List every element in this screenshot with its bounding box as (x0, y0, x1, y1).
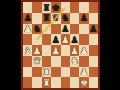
square-c5[interactable] (42, 34, 51, 45)
square-h1[interactable] (89, 77, 98, 88)
square-b8[interactable] (32, 2, 41, 13)
piece-black-pawn-f5[interactable]: ♟ (70, 35, 79, 45)
square-d7[interactable]: ♛ (51, 13, 60, 24)
piece-white-rook-c2[interactable]: ♜ (42, 67, 51, 77)
piece-black-king-d8[interactable]: ♚ (52, 3, 61, 13)
piece-white-queen-b3[interactable]: ♛ (33, 56, 42, 66)
square-b7[interactable] (32, 13, 41, 24)
square-d1[interactable] (51, 77, 60, 88)
square-g5[interactable] (79, 34, 88, 45)
page-background: ♜♚♟♜♛♞♟♟♞♟♟♟♟♟♝♟♟♟♟♛♞♜♟♜♚ (0, 0, 120, 90)
square-f5[interactable]: ♟ (70, 34, 79, 45)
square-c6[interactable] (42, 24, 51, 35)
square-c4[interactable] (42, 45, 51, 56)
square-a6[interactable]: ♟ (23, 24, 32, 35)
square-a5[interactable] (23, 34, 32, 45)
square-d4[interactable]: ♟ (51, 45, 60, 56)
piece-white-knight-f3[interactable]: ♞ (70, 56, 79, 66)
square-h4[interactable] (89, 45, 98, 56)
square-h5[interactable] (89, 34, 98, 45)
board-grid: ♜♚♟♜♛♞♟♟♞♟♟♟♟♟♝♟♟♟♟♛♞♜♟♜♚ (23, 2, 98, 88)
square-g2[interactable]: ♟ (79, 67, 88, 78)
square-a2[interactable] (23, 67, 32, 78)
square-h7[interactable] (89, 13, 98, 24)
piece-black-pawn-a7[interactable]: ♟ (23, 13, 32, 23)
square-f8[interactable] (70, 2, 79, 13)
piece-white-bishop-a4[interactable]: ♝ (23, 46, 32, 56)
square-e6[interactable]: ♟ (61, 24, 70, 35)
square-e3[interactable] (61, 56, 70, 67)
square-d2[interactable] (51, 67, 60, 78)
piece-white-pawn-e5[interactable]: ♟ (61, 35, 70, 45)
square-c8[interactable]: ♜ (42, 2, 51, 13)
square-b1[interactable] (32, 77, 41, 88)
piece-black-knight-b6[interactable]: ♞ (33, 24, 42, 34)
square-e5[interactable]: ♟ (61, 34, 70, 45)
piece-white-pawn-d4[interactable]: ♟ (52, 46, 61, 56)
piece-white-pawn-b4[interactable]: ♟ (33, 46, 42, 56)
square-h2[interactable] (89, 67, 98, 78)
square-c1[interactable]: ♜ (42, 77, 51, 88)
square-e1[interactable] (61, 77, 70, 88)
square-d6[interactable] (51, 24, 60, 35)
square-h6[interactable]: ♟ (89, 24, 98, 35)
square-c3[interactable] (42, 56, 51, 67)
square-a3[interactable] (23, 56, 32, 67)
square-d3[interactable] (51, 56, 60, 67)
square-a7[interactable]: ♟ (23, 13, 32, 24)
square-a1[interactable] (23, 77, 32, 88)
square-a4[interactable]: ♝ (23, 45, 32, 56)
piece-black-pawn-d5[interactable]: ♟ (52, 35, 61, 45)
square-b5[interactable] (32, 34, 41, 45)
square-b4[interactable]: ♟ (32, 45, 41, 56)
piece-black-queen-d7[interactable]: ♛ (52, 13, 61, 23)
square-f1[interactable] (70, 77, 79, 88)
square-h8[interactable] (89, 2, 98, 13)
piece-white-king-g1[interactable]: ♚ (80, 78, 89, 88)
square-g7[interactable]: ♟ (79, 13, 88, 24)
square-b2[interactable] (32, 67, 41, 78)
square-c7[interactable]: ♜ (42, 13, 51, 24)
square-g6[interactable] (79, 24, 88, 35)
square-f2[interactable] (70, 67, 79, 78)
piece-white-pawn-g4[interactable]: ♟ (80, 46, 89, 56)
square-e4[interactable] (61, 45, 70, 56)
square-c2[interactable]: ♜ (42, 67, 51, 78)
square-f6[interactable] (70, 24, 79, 35)
piece-white-pawn-a6[interactable]: ♟ (23, 24, 32, 34)
square-b6[interactable]: ♞ (32, 24, 41, 35)
piece-white-rook-c1[interactable]: ♜ (42, 78, 51, 88)
square-d5[interactable]: ♟ (51, 34, 60, 45)
square-h3[interactable] (89, 56, 98, 67)
piece-black-pawn-g7[interactable]: ♟ (80, 13, 89, 23)
square-d8[interactable]: ♚ (51, 2, 60, 13)
square-f3[interactable]: ♞ (70, 56, 79, 67)
chess-board: ♜♚♟♜♛♞♟♟♞♟♟♟♟♟♝♟♟♟♟♛♞♜♟♜♚ (21, 0, 100, 90)
piece-white-pawn-f4[interactable]: ♟ (70, 46, 79, 56)
piece-black-knight-e7[interactable]: ♞ (61, 13, 70, 23)
square-g3[interactable] (79, 56, 88, 67)
square-a8[interactable] (23, 2, 32, 13)
piece-black-pawn-e6[interactable]: ♟ (61, 24, 70, 34)
square-g1[interactable]: ♚ (79, 77, 88, 88)
square-e2[interactable] (61, 67, 70, 78)
piece-black-rook-c8[interactable]: ♜ (42, 3, 51, 13)
square-e7[interactable]: ♞ (61, 13, 70, 24)
square-b3[interactable]: ♛ (32, 56, 41, 67)
piece-black-pawn-h6[interactable]: ♟ (89, 24, 98, 34)
square-g8[interactable] (79, 2, 88, 13)
piece-white-pawn-g2[interactable]: ♟ (80, 67, 89, 77)
piece-black-rook-c7[interactable]: ♜ (42, 13, 51, 23)
square-f7[interactable] (70, 13, 79, 24)
square-g4[interactable]: ♟ (79, 45, 88, 56)
